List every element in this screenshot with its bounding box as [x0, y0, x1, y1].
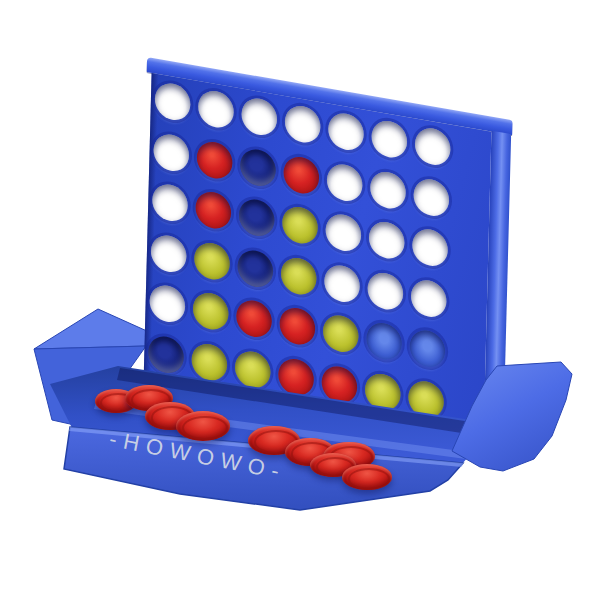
tray-disc-red: [176, 411, 230, 441]
tray-discs-layer: [0, 0, 600, 600]
connect-four-photo-scene: -HOWOWO-: [0, 0, 600, 600]
tray-disc-red: [342, 464, 392, 490]
